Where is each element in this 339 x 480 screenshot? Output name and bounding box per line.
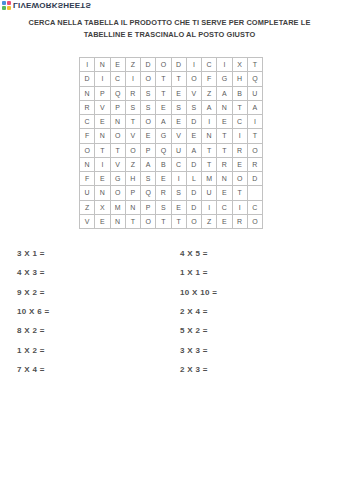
- grid-cell[interactable]: S: [126, 101, 141, 115]
- grid-cell[interactable]: G: [111, 172, 126, 186]
- grid-cell[interactable]: E: [172, 115, 187, 129]
- grid-cell[interactable]: O: [156, 58, 171, 72]
- grid-cell[interactable]: T: [172, 72, 187, 86]
- grid-cell[interactable]: Q: [156, 144, 171, 158]
- grid-cell[interactable]: D: [187, 115, 202, 129]
- grid-cell[interactable]: N: [111, 215, 126, 229]
- grid-cell[interactable]: N: [80, 158, 95, 172]
- grid-cell[interactable]: O: [187, 215, 202, 229]
- grid-cell[interactable]: D: [187, 201, 202, 215]
- grid-cell[interactable]: E: [95, 215, 110, 229]
- grid-cell[interactable]: X: [233, 58, 248, 72]
- grid-cell[interactable]: T: [217, 129, 232, 143]
- grid-cell[interactable]: H: [126, 172, 141, 186]
- grid-cell[interactable]: P: [141, 144, 156, 158]
- grid-cell[interactable]: N: [95, 129, 110, 143]
- grid-cell[interactable]: V: [95, 101, 110, 115]
- grid-cell[interactable]: O: [233, 172, 248, 186]
- grid-cell[interactable]: S: [172, 186, 187, 200]
- grid-cell[interactable]: T: [202, 144, 217, 158]
- grid-cell[interactable]: X: [95, 201, 110, 215]
- multiplication-problem: 3 X 1 =: [17, 244, 49, 263]
- grid-cell[interactable]: I: [187, 58, 202, 72]
- grid-cell[interactable]: Q: [141, 186, 156, 200]
- grid-cell[interactable]: T: [156, 87, 171, 101]
- grid-cell[interactable]: B: [233, 87, 248, 101]
- grid-cell[interactable]: T: [156, 72, 171, 86]
- grid-cell[interactable]: T: [95, 144, 110, 158]
- grid-cell[interactable]: N: [80, 87, 95, 101]
- grid-cell[interactable]: H: [233, 72, 248, 86]
- problems-left: 3 X 1 =4 X 3 =9 X 2 =10 X 6 =8 X 2 =1 X …: [17, 244, 49, 379]
- grid-cell[interactable]: G: [217, 72, 232, 86]
- grid-cell[interactable]: E: [217, 215, 232, 229]
- grid-cell[interactable]: B: [156, 158, 171, 172]
- logo-icon-square: [7, 1, 11, 5]
- grid-cell[interactable]: N: [111, 115, 126, 129]
- grid-cell[interactable]: L: [187, 172, 202, 186]
- grid-cell[interactable]: F: [80, 129, 95, 143]
- multiplication-problem: 2 X 4 =: [180, 302, 217, 321]
- multiplication-problem: 10 X 10 =: [180, 283, 217, 302]
- logo-icon-square: [7, 6, 11, 10]
- grid-cell[interactable]: E: [172, 201, 187, 215]
- multiplication-problem: 7 X 4 =: [17, 360, 49, 379]
- grid-cell[interactable]: C: [202, 58, 217, 72]
- grid-cell[interactable]: Z: [126, 158, 141, 172]
- grid-cell[interactable]: U: [80, 186, 95, 200]
- grid-cell[interactable]: O: [111, 129, 126, 143]
- liveworksheets-grid-icon: [2, 1, 11, 10]
- grid-cell[interactable]: T: [126, 215, 141, 229]
- grid-cell[interactable]: E: [156, 101, 171, 115]
- grid-cell[interactable]: T: [111, 144, 126, 158]
- liveworksheets-watermark-text: LIVEWORKSHEETS: [13, 1, 91, 10]
- grid-cell[interactable]: E: [187, 129, 202, 143]
- grid-cell[interactable]: D: [187, 186, 202, 200]
- grid-cell[interactable]: I: [202, 201, 217, 215]
- grid-cell[interactable]: F: [202, 72, 217, 86]
- grid-cell[interactable]: I: [126, 72, 141, 86]
- grid-cell[interactable]: D: [248, 172, 263, 186]
- grid-cell[interactable]: I: [233, 129, 248, 143]
- grid-cell[interactable]: T: [248, 129, 263, 143]
- grid-cell[interactable]: U: [248, 87, 263, 101]
- grid-cell[interactable]: P: [95, 87, 110, 101]
- multiplication-problem: 3 X 3 =: [180, 340, 217, 359]
- grid-cell[interactable]: O: [248, 144, 263, 158]
- multiplication-problem: 10 X 6 =: [17, 302, 49, 321]
- grid-cell[interactable]: O: [141, 215, 156, 229]
- problems-right: 4 X 5 =1 X 1 =10 X 10 =2 X 4 =5 X 2 =3 X…: [180, 244, 217, 379]
- grid-cell[interactable]: I: [217, 58, 232, 72]
- grid-cell[interactable]: D: [187, 158, 202, 172]
- grid-cell[interactable]: S: [141, 172, 156, 186]
- grid-cell[interactable]: T: [248, 58, 263, 72]
- grid-cell[interactable]: E: [217, 186, 232, 200]
- grid-cell[interactable]: R: [80, 101, 95, 115]
- multiplication-problem: 1 X 2 =: [17, 340, 49, 359]
- grid-cell[interactable]: C: [80, 115, 95, 129]
- grid-cell[interactable]: O: [187, 72, 202, 86]
- grid-cell[interactable]: R: [233, 215, 248, 229]
- grid-cell[interactable]: O: [141, 72, 156, 86]
- grid-cell[interactable]: F: [80, 172, 95, 186]
- grid-cell[interactable]: [248, 186, 263, 200]
- grid-cell[interactable]: C: [217, 201, 232, 215]
- grid-cell[interactable]: S: [187, 101, 202, 115]
- grid-cell[interactable]: V: [126, 129, 141, 143]
- grid-cell[interactable]: R: [126, 87, 141, 101]
- grid-cell[interactable]: T: [233, 101, 248, 115]
- grid-cell[interactable]: C: [248, 201, 263, 215]
- grid-cell[interactable]: N: [217, 172, 232, 186]
- grid-cell[interactable]: R: [217, 158, 232, 172]
- grid-cell[interactable]: A: [187, 144, 202, 158]
- worksheet-instructions: CERCA NELLA TABELLA IL PRODOTTO CHE TI S…: [0, 17, 339, 40]
- instructions-line-2: TABELLINE E TRASCINALO AL POSTO GIUSTO: [0, 29, 339, 41]
- grid-cell[interactable]: N: [95, 186, 110, 200]
- grid-cell[interactable]: I: [95, 72, 110, 86]
- grid-cell[interactable]: O: [80, 144, 95, 158]
- grid-cell[interactable]: S: [172, 101, 187, 115]
- grid-cell[interactable]: S: [141, 101, 156, 115]
- grid-cell[interactable]: P: [141, 201, 156, 215]
- grid-cell[interactable]: O: [126, 144, 141, 158]
- grid-cell[interactable]: E: [217, 115, 232, 129]
- grid-cell[interactable]: E: [156, 172, 171, 186]
- grid-cell[interactable]: E: [95, 172, 110, 186]
- grid-cell[interactable]: V: [80, 215, 95, 229]
- grid-cell[interactable]: C: [111, 72, 126, 86]
- grid-cell[interactable]: G: [156, 129, 171, 143]
- grid-cell[interactable]: E: [95, 115, 110, 129]
- grid-cell[interactable]: V: [111, 158, 126, 172]
- grid-cell[interactable]: A: [248, 101, 263, 115]
- multiplication-problem: 2 X 3 =: [180, 360, 217, 379]
- grid-cell[interactable]: V: [187, 87, 202, 101]
- grid-cell[interactable]: E: [233, 158, 248, 172]
- logo-icon-square: [2, 6, 6, 10]
- grid-cell[interactable]: C: [233, 115, 248, 129]
- grid-cell[interactable]: N: [95, 58, 110, 72]
- multiplication-problem: 4 X 5 =: [180, 244, 217, 263]
- grid-cell[interactable]: M: [202, 172, 217, 186]
- grid-cell[interactable]: A: [141, 158, 156, 172]
- logo-icon-square: [2, 1, 6, 5]
- grid-cell[interactable]: I: [202, 115, 217, 129]
- grid-cell[interactable]: O: [111, 186, 126, 200]
- grid-cell[interactable]: A: [217, 87, 232, 101]
- grid-cell[interactable]: D: [172, 58, 187, 72]
- grid-cell[interactable]: D: [80, 72, 95, 86]
- instructions-line-1: CERCA NELLA TABELLA IL PRODOTTO CHE TI S…: [0, 17, 339, 29]
- multiplication-problem: 8 X 2 =: [17, 321, 49, 340]
- grid-cell[interactable]: Z: [80, 201, 95, 215]
- grid-cell[interactable]: Z: [202, 215, 217, 229]
- grid-cell[interactable]: U: [172, 144, 187, 158]
- grid-cell[interactable]: E: [172, 87, 187, 101]
- grid-cell[interactable]: N: [126, 201, 141, 215]
- grid-cell[interactable]: I: [172, 172, 187, 186]
- grid-cell[interactable]: T: [126, 115, 141, 129]
- grid-cell[interactable]: T: [202, 158, 217, 172]
- liveworksheets-logo: LIVEWORKSHEETS: [2, 1, 91, 10]
- grid-cell[interactable]: N: [202, 129, 217, 143]
- multiplication-problem: 5 X 2 =: [180, 321, 217, 340]
- grid-cell[interactable]: I: [80, 58, 95, 72]
- grid-cell[interactable]: A: [156, 115, 171, 129]
- grid-cell[interactable]: R: [156, 186, 171, 200]
- grid-cell[interactable]: Z: [126, 58, 141, 72]
- grid-cell[interactable]: O: [141, 115, 156, 129]
- grid-cell[interactable]: N: [217, 101, 232, 115]
- grid-cell[interactable]: Q: [111, 87, 126, 101]
- grid-cell[interactable]: E: [141, 129, 156, 143]
- grid-cell[interactable]: U: [202, 186, 217, 200]
- grid-cell[interactable]: R: [233, 144, 248, 158]
- grid-cell[interactable]: O: [248, 215, 263, 229]
- multiplication-problem: 1 X 1 =: [180, 263, 217, 282]
- grid-cell[interactable]: T: [156, 215, 171, 229]
- grid-cell[interactable]: E: [111, 58, 126, 72]
- grid-cell[interactable]: T: [217, 144, 232, 158]
- grid-cell[interactable]: S: [156, 201, 171, 215]
- grid-cell[interactable]: I: [233, 201, 248, 215]
- grid-cell[interactable]: C: [172, 158, 187, 172]
- multiplication-problem: 4 X 3 =: [17, 263, 49, 282]
- grid-cell[interactable]: V: [172, 129, 187, 143]
- grid-cell[interactable]: Q: [248, 72, 263, 86]
- grid-cell[interactable]: P: [111, 101, 126, 115]
- grid-cell[interactable]: T: [233, 186, 248, 200]
- grid-cell[interactable]: D: [141, 58, 156, 72]
- grid-cell[interactable]: S: [141, 87, 156, 101]
- grid-cell[interactable]: R: [248, 158, 263, 172]
- grid-cell[interactable]: A: [202, 101, 217, 115]
- grid-cell[interactable]: P: [126, 186, 141, 200]
- grid-cell[interactable]: M: [111, 201, 126, 215]
- word-search-grid: INEZDODICIXTDICIOTTOFGHQNPQRSTEVZABURVPS…: [79, 57, 263, 229]
- grid-cell[interactable]: I: [95, 158, 110, 172]
- multiplication-problem: 9 X 2 =: [17, 283, 49, 302]
- grid-cell[interactable]: Z: [202, 87, 217, 101]
- grid-cell[interactable]: I: [248, 115, 263, 129]
- grid-cell[interactable]: T: [172, 215, 187, 229]
